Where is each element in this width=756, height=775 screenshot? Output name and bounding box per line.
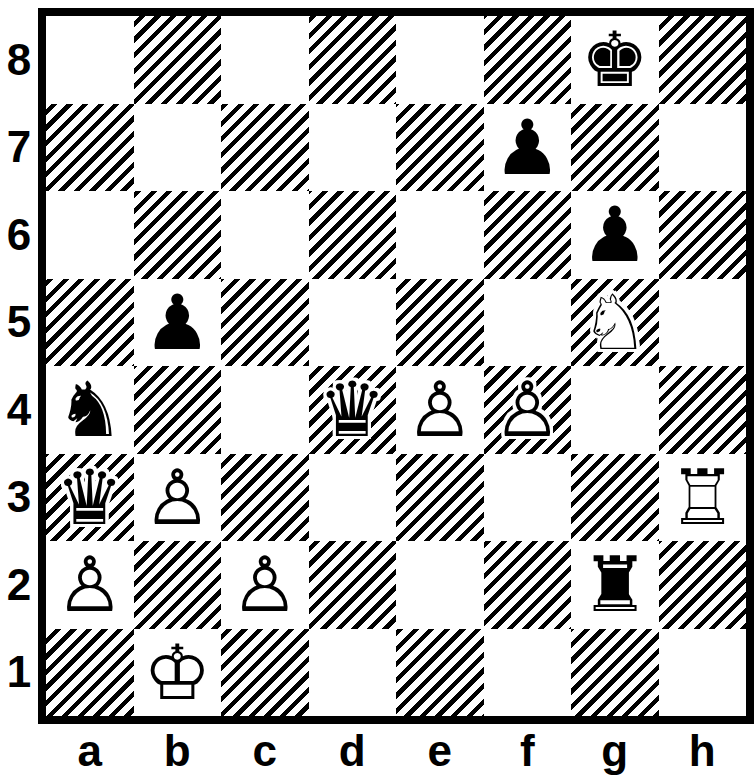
file-label-a: a bbox=[46, 726, 134, 775]
square-d1[interactable] bbox=[309, 629, 397, 717]
square-b6[interactable] bbox=[134, 191, 222, 279]
square-b3[interactable]: ♟♙ bbox=[134, 454, 222, 542]
black-pawn-b5[interactable]: ♟ bbox=[134, 279, 222, 367]
black-knight-a4[interactable]: ♞ bbox=[46, 366, 134, 454]
square-b5[interactable]: ♟♟ bbox=[134, 279, 222, 367]
chess-diagram-page: 87654321 ♚♚♟♟♟♟♟♟♞♘♞♞♛♛♟♙♟♙♛♛♟♙♜♖♟♙♟♙♜♜♚… bbox=[0, 0, 756, 775]
white-knight-g5[interactable]: ♘ bbox=[571, 279, 659, 367]
square-e5[interactable] bbox=[396, 279, 484, 367]
square-f6[interactable] bbox=[484, 191, 572, 279]
black-pawn-g6[interactable]: ♟ bbox=[571, 191, 659, 279]
square-d3[interactable] bbox=[309, 454, 397, 542]
white-pawn-b3[interactable]: ♙ bbox=[134, 454, 222, 542]
square-b7[interactable] bbox=[134, 104, 222, 192]
square-a6[interactable] bbox=[46, 191, 134, 279]
square-d7[interactable] bbox=[309, 104, 397, 192]
square-c8[interactable] bbox=[221, 16, 309, 104]
white-pawn-e4[interactable]: ♙ bbox=[396, 366, 484, 454]
square-g2[interactable]: ♜♜ bbox=[571, 541, 659, 629]
square-d6[interactable] bbox=[309, 191, 397, 279]
square-g7[interactable] bbox=[571, 104, 659, 192]
square-f4[interactable]: ♟♙ bbox=[484, 366, 572, 454]
square-h2[interactable] bbox=[659, 541, 747, 629]
square-d4[interactable]: ♛♛ bbox=[309, 366, 397, 454]
square-d8[interactable] bbox=[309, 16, 397, 104]
square-h8[interactable] bbox=[659, 16, 747, 104]
square-c3[interactable] bbox=[221, 454, 309, 542]
rank-label-5: 5 bbox=[0, 279, 38, 367]
file-label-c: c bbox=[221, 726, 309, 775]
square-f8[interactable] bbox=[484, 16, 572, 104]
square-c6[interactable] bbox=[221, 191, 309, 279]
square-h5[interactable] bbox=[659, 279, 747, 367]
square-e6[interactable] bbox=[396, 191, 484, 279]
file-label-d: d bbox=[309, 726, 397, 775]
square-h1[interactable] bbox=[659, 629, 747, 717]
square-h4[interactable] bbox=[659, 366, 747, 454]
rank-label-2: 2 bbox=[0, 541, 38, 629]
square-e3[interactable] bbox=[396, 454, 484, 542]
rank-label-1: 1 bbox=[0, 629, 38, 717]
white-pawn-f4[interactable]: ♙ bbox=[484, 366, 572, 454]
file-label-f: f bbox=[484, 726, 572, 775]
rank-label-4: 4 bbox=[0, 366, 38, 454]
square-c1[interactable] bbox=[221, 629, 309, 717]
file-labels: abcdefgh bbox=[46, 726, 746, 774]
file-label-h: h bbox=[659, 726, 747, 775]
square-f1[interactable] bbox=[484, 629, 572, 717]
black-rook-g2[interactable]: ♜ bbox=[571, 541, 659, 629]
square-f7[interactable]: ♟♟ bbox=[484, 104, 572, 192]
black-king-g8[interactable]: ♚ bbox=[571, 16, 659, 104]
square-f2[interactable] bbox=[484, 541, 572, 629]
file-label-b: b bbox=[134, 726, 222, 775]
square-c7[interactable] bbox=[221, 104, 309, 192]
square-a3[interactable]: ♛♛ bbox=[46, 454, 134, 542]
square-g5[interactable]: ♞♘ bbox=[571, 279, 659, 367]
white-pawn-c2[interactable]: ♙ bbox=[221, 541, 309, 629]
rank-label-3: 3 bbox=[0, 454, 38, 542]
square-c5[interactable] bbox=[221, 279, 309, 367]
square-f3[interactable] bbox=[484, 454, 572, 542]
square-c2[interactable]: ♟♙ bbox=[221, 541, 309, 629]
rank-label-7: 7 bbox=[0, 104, 38, 192]
rank-labels: 87654321 bbox=[0, 8, 38, 724]
white-pawn-a2[interactable]: ♙ bbox=[46, 541, 134, 629]
square-e8[interactable] bbox=[396, 16, 484, 104]
white-king-b1[interactable]: ♔ bbox=[134, 629, 222, 717]
square-h6[interactable] bbox=[659, 191, 747, 279]
white-rook-h3[interactable]: ♖ bbox=[659, 454, 747, 542]
square-g6[interactable]: ♟♟ bbox=[571, 191, 659, 279]
square-e1[interactable] bbox=[396, 629, 484, 717]
square-a1[interactable] bbox=[46, 629, 134, 717]
file-label-e: e bbox=[396, 726, 484, 775]
square-g1[interactable] bbox=[571, 629, 659, 717]
square-a2[interactable]: ♟♙ bbox=[46, 541, 134, 629]
square-h3[interactable]: ♜♖ bbox=[659, 454, 747, 542]
square-d5[interactable] bbox=[309, 279, 397, 367]
black-pawn-f7[interactable]: ♟ bbox=[484, 104, 572, 192]
square-g8[interactable]: ♚♚ bbox=[571, 16, 659, 104]
square-e7[interactable] bbox=[396, 104, 484, 192]
square-b2[interactable] bbox=[134, 541, 222, 629]
file-label-g: g bbox=[571, 726, 659, 775]
square-e2[interactable] bbox=[396, 541, 484, 629]
square-b4[interactable] bbox=[134, 366, 222, 454]
square-b8[interactable] bbox=[134, 16, 222, 104]
black-queen-d4[interactable]: ♛ bbox=[309, 366, 397, 454]
square-d2[interactable] bbox=[309, 541, 397, 629]
square-c4[interactable] bbox=[221, 366, 309, 454]
black-queen-a3[interactable]: ♛ bbox=[46, 454, 134, 542]
square-e4[interactable]: ♟♙ bbox=[396, 366, 484, 454]
square-f5[interactable] bbox=[484, 279, 572, 367]
square-h7[interactable] bbox=[659, 104, 747, 192]
square-a4[interactable]: ♞♞ bbox=[46, 366, 134, 454]
square-a5[interactable] bbox=[46, 279, 134, 367]
square-a8[interactable] bbox=[46, 16, 134, 104]
chess-board: ♚♚♟♟♟♟♟♟♞♘♞♞♛♛♟♙♟♙♛♛♟♙♜♖♟♙♟♙♜♜♚♔ bbox=[38, 8, 754, 724]
rank-label-8: 8 bbox=[0, 16, 38, 104]
rank-label-6: 6 bbox=[0, 191, 38, 279]
square-g3[interactable] bbox=[571, 454, 659, 542]
square-b1[interactable]: ♚♔ bbox=[134, 629, 222, 717]
square-g4[interactable] bbox=[571, 366, 659, 454]
square-a7[interactable] bbox=[46, 104, 134, 192]
